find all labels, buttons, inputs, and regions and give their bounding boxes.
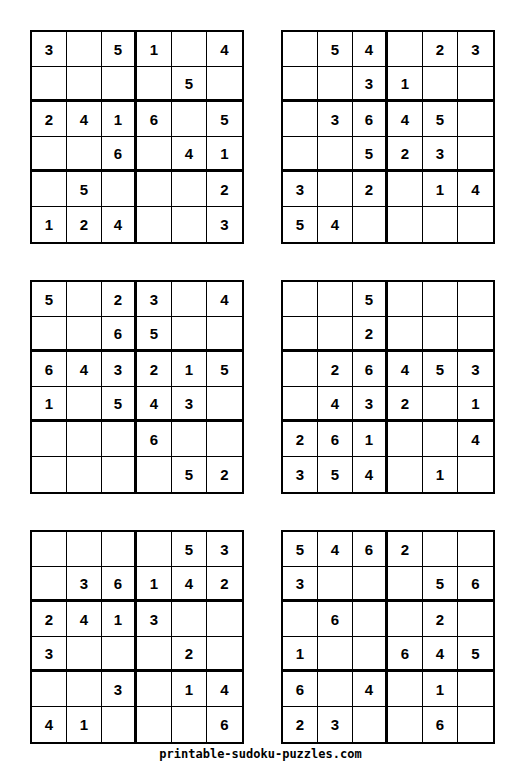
given-cell: 4 <box>353 672 388 707</box>
empty-cell <box>67 137 102 172</box>
given-cell: 3 <box>283 567 318 602</box>
given-cell: 4 <box>423 637 458 672</box>
empty-cell <box>207 67 242 102</box>
given-cell: 1 <box>423 457 458 492</box>
empty-cell <box>137 707 172 742</box>
given-cell: 5 <box>353 282 388 317</box>
empty-cell <box>423 317 458 352</box>
empty-cell <box>423 422 458 457</box>
given-cell: 2 <box>318 352 353 387</box>
empty-cell <box>137 172 172 207</box>
given-cell: 1 <box>172 672 207 707</box>
empty-cell <box>353 707 388 742</box>
empty-cell <box>388 317 423 352</box>
empty-cell <box>102 67 137 102</box>
empty-cell <box>172 102 207 137</box>
empty-cell <box>172 422 207 457</box>
given-cell: 6 <box>388 637 423 672</box>
empty-cell <box>32 67 67 102</box>
given-cell: 5 <box>318 457 353 492</box>
empty-cell <box>207 317 242 352</box>
empty-cell <box>172 707 207 742</box>
given-cell: 2 <box>283 707 318 742</box>
given-cell: 5 <box>283 532 318 567</box>
sudoku-board-6: 5462356621645641236 <box>281 530 495 744</box>
empty-cell <box>318 137 353 172</box>
empty-cell <box>32 137 67 172</box>
empty-cell <box>207 387 242 422</box>
given-cell: 3 <box>32 637 67 672</box>
empty-cell <box>458 707 493 742</box>
empty-cell <box>458 282 493 317</box>
given-cell: 3 <box>207 532 242 567</box>
given-cell: 3 <box>207 207 242 242</box>
given-cell: 1 <box>207 137 242 172</box>
given-cell: 4 <box>458 422 493 457</box>
given-cell: 3 <box>458 352 493 387</box>
empty-cell <box>172 602 207 637</box>
empty-cell <box>283 32 318 67</box>
given-cell: 1 <box>102 602 137 637</box>
empty-cell <box>283 352 318 387</box>
empty-cell <box>388 207 423 242</box>
empty-cell <box>388 172 423 207</box>
empty-cell <box>423 387 458 422</box>
empty-cell <box>102 172 137 207</box>
empty-cell <box>283 387 318 422</box>
given-cell: 1 <box>388 67 423 102</box>
empty-cell <box>423 207 458 242</box>
sudoku-board-4: 5226453432126143541 <box>281 280 495 494</box>
sudoku-board-3: 5234656432151543652 <box>30 280 244 494</box>
given-cell: 4 <box>207 32 242 67</box>
empty-cell <box>458 457 493 492</box>
empty-cell <box>458 317 493 352</box>
empty-cell <box>172 282 207 317</box>
given-cell: 4 <box>458 172 493 207</box>
empty-cell <box>423 532 458 567</box>
empty-cell <box>318 282 353 317</box>
empty-cell <box>102 457 137 492</box>
given-cell: 4 <box>137 387 172 422</box>
empty-cell <box>388 457 423 492</box>
given-cell: 1 <box>353 422 388 457</box>
given-cell: 3 <box>283 457 318 492</box>
empty-cell <box>318 317 353 352</box>
empty-cell <box>67 532 102 567</box>
empty-cell <box>32 457 67 492</box>
given-cell: 2 <box>388 387 423 422</box>
given-cell: 5 <box>423 102 458 137</box>
given-cell: 4 <box>318 207 353 242</box>
empty-cell <box>353 637 388 672</box>
given-cell: 5 <box>102 387 137 422</box>
given-cell: 3 <box>283 172 318 207</box>
empty-cell <box>207 602 242 637</box>
given-cell: 5 <box>423 352 458 387</box>
given-cell: 2 <box>207 172 242 207</box>
given-cell: 6 <box>137 422 172 457</box>
given-cell: 2 <box>137 352 172 387</box>
given-cell: 6 <box>423 707 458 742</box>
empty-cell <box>67 317 102 352</box>
given-cell: 2 <box>423 32 458 67</box>
given-cell: 3 <box>458 32 493 67</box>
empty-cell <box>67 422 102 457</box>
given-cell: 5 <box>172 532 207 567</box>
given-cell: 6 <box>283 672 318 707</box>
empty-cell <box>67 637 102 672</box>
empty-cell <box>458 602 493 637</box>
empty-cell <box>458 207 493 242</box>
empty-cell <box>102 422 137 457</box>
empty-cell <box>32 672 67 707</box>
empty-cell <box>32 317 67 352</box>
given-cell: 4 <box>67 602 102 637</box>
empty-cell <box>423 282 458 317</box>
given-cell: 1 <box>137 32 172 67</box>
given-cell: 4 <box>207 282 242 317</box>
empty-cell <box>283 602 318 637</box>
given-cell: 3 <box>318 707 353 742</box>
given-cell: 4 <box>67 102 102 137</box>
empty-cell <box>318 67 353 102</box>
given-cell: 4 <box>172 567 207 602</box>
given-cell: 6 <box>458 567 493 602</box>
site-name-label: printable-sudoku-puzzles.com <box>0 747 521 761</box>
given-cell: 5 <box>172 457 207 492</box>
empty-cell <box>67 67 102 102</box>
printable-sudoku-sheet: 3514524165641521243 5423313645523321454 … <box>0 0 521 780</box>
given-cell: 2 <box>102 282 137 317</box>
given-cell: 6 <box>318 422 353 457</box>
given-cell: 4 <box>318 387 353 422</box>
given-cell: 2 <box>388 137 423 172</box>
given-cell: 5 <box>32 282 67 317</box>
given-cell: 5 <box>423 567 458 602</box>
empty-cell <box>283 67 318 102</box>
empty-cell <box>137 207 172 242</box>
given-cell: 2 <box>67 207 102 242</box>
given-cell: 3 <box>353 67 388 102</box>
empty-cell <box>32 422 67 457</box>
empty-cell <box>283 317 318 352</box>
given-cell: 6 <box>102 567 137 602</box>
given-cell: 5 <box>172 67 207 102</box>
given-cell: 4 <box>102 207 137 242</box>
given-cell: 6 <box>207 707 242 742</box>
given-cell: 5 <box>102 32 137 67</box>
empty-cell <box>67 282 102 317</box>
given-cell: 2 <box>172 637 207 672</box>
empty-cell <box>137 672 172 707</box>
empty-cell <box>458 532 493 567</box>
empty-cell <box>67 32 102 67</box>
given-cell: 4 <box>353 457 388 492</box>
given-cell: 6 <box>102 137 137 172</box>
empty-cell <box>32 172 67 207</box>
given-cell: 5 <box>137 317 172 352</box>
given-cell: 4 <box>353 32 388 67</box>
given-cell: 1 <box>67 707 102 742</box>
sudoku-board-1: 3514524165641521243 <box>30 30 244 244</box>
given-cell: 3 <box>67 567 102 602</box>
empty-cell <box>388 32 423 67</box>
given-cell: 1 <box>137 567 172 602</box>
given-cell: 2 <box>353 317 388 352</box>
given-cell: 2 <box>388 532 423 567</box>
empty-cell <box>388 282 423 317</box>
given-cell: 3 <box>32 32 67 67</box>
empty-cell <box>353 602 388 637</box>
given-cell: 6 <box>32 352 67 387</box>
empty-cell <box>353 567 388 602</box>
given-cell: 6 <box>353 532 388 567</box>
empty-cell <box>67 457 102 492</box>
given-cell: 4 <box>388 102 423 137</box>
given-cell: 4 <box>67 352 102 387</box>
given-cell: 4 <box>32 707 67 742</box>
given-cell: 3 <box>353 387 388 422</box>
given-cell: 1 <box>458 387 493 422</box>
given-cell: 2 <box>353 172 388 207</box>
given-cell: 6 <box>318 602 353 637</box>
empty-cell <box>283 102 318 137</box>
given-cell: 6 <box>102 317 137 352</box>
empty-cell <box>388 707 423 742</box>
empty-cell <box>283 282 318 317</box>
given-cell: 3 <box>172 387 207 422</box>
given-cell: 3 <box>423 137 458 172</box>
empty-cell <box>388 672 423 707</box>
empty-cell <box>423 67 458 102</box>
empty-cell <box>388 567 423 602</box>
given-cell: 2 <box>207 567 242 602</box>
empty-cell <box>283 137 318 172</box>
given-cell: 4 <box>318 532 353 567</box>
empty-cell <box>172 32 207 67</box>
empty-cell <box>458 67 493 102</box>
empty-cell <box>207 637 242 672</box>
empty-cell <box>32 532 67 567</box>
given-cell: 5 <box>207 102 242 137</box>
empty-cell <box>67 387 102 422</box>
empty-cell <box>137 137 172 172</box>
given-cell: 3 <box>137 602 172 637</box>
empty-cell <box>172 172 207 207</box>
empty-cell <box>172 207 207 242</box>
empty-cell <box>458 102 493 137</box>
given-cell: 3 <box>137 282 172 317</box>
given-cell: 5 <box>283 207 318 242</box>
given-cell: 2 <box>32 102 67 137</box>
given-cell: 4 <box>207 672 242 707</box>
given-cell: 6 <box>137 102 172 137</box>
given-cell: 1 <box>102 102 137 137</box>
sudoku-board-5: 5336142241332314416 <box>30 530 244 744</box>
empty-cell <box>318 172 353 207</box>
given-cell: 1 <box>423 672 458 707</box>
given-cell: 3 <box>102 672 137 707</box>
empty-cell <box>172 317 207 352</box>
empty-cell <box>137 67 172 102</box>
empty-cell <box>318 672 353 707</box>
empty-cell <box>137 532 172 567</box>
empty-cell <box>388 602 423 637</box>
given-cell: 2 <box>207 457 242 492</box>
empty-cell <box>207 422 242 457</box>
empty-cell <box>32 567 67 602</box>
given-cell: 2 <box>32 602 67 637</box>
given-cell: 4 <box>388 352 423 387</box>
empty-cell <box>458 672 493 707</box>
given-cell: 5 <box>353 137 388 172</box>
empty-cell <box>102 707 137 742</box>
empty-cell <box>353 207 388 242</box>
given-cell: 5 <box>207 352 242 387</box>
given-cell: 1 <box>32 207 67 242</box>
empty-cell <box>318 567 353 602</box>
empty-cell <box>388 422 423 457</box>
empty-cell <box>318 637 353 672</box>
empty-cell <box>102 637 137 672</box>
given-cell: 6 <box>353 102 388 137</box>
given-cell: 1 <box>32 387 67 422</box>
given-cell: 5 <box>318 32 353 67</box>
empty-cell <box>458 137 493 172</box>
given-cell: 6 <box>353 352 388 387</box>
given-cell: 3 <box>318 102 353 137</box>
given-cell: 2 <box>423 602 458 637</box>
empty-cell <box>137 457 172 492</box>
given-cell: 4 <box>172 137 207 172</box>
given-cell: 5 <box>67 172 102 207</box>
empty-cell <box>137 637 172 672</box>
given-cell: 5 <box>458 637 493 672</box>
given-cell: 1 <box>172 352 207 387</box>
given-cell: 1 <box>423 172 458 207</box>
given-cell: 3 <box>102 352 137 387</box>
given-cell: 1 <box>283 637 318 672</box>
empty-cell <box>102 532 137 567</box>
empty-cell <box>67 672 102 707</box>
sudoku-board-2: 5423313645523321454 <box>281 30 495 244</box>
given-cell: 2 <box>283 422 318 457</box>
